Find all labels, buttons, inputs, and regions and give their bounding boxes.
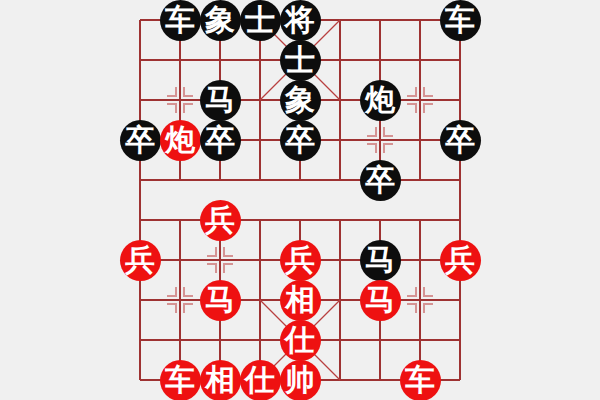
- piece-red-chariot[interactable]: 车: [400, 360, 441, 400]
- point-marker: [184, 104, 193, 113]
- piece-black-elephant[interactable]: 象: [280, 80, 321, 121]
- point-marker: [424, 104, 433, 113]
- point-marker: [167, 104, 176, 113]
- point-marker: [167, 304, 176, 313]
- point-marker: [184, 287, 193, 296]
- point-marker: [184, 304, 193, 313]
- point-marker: [207, 247, 216, 256]
- point-marker: [407, 87, 416, 96]
- piece-black-horse[interactable]: 马: [360, 240, 401, 281]
- piece-red-soldier[interactable]: 兵: [280, 240, 321, 281]
- piece-red-elephant[interactable]: 相: [280, 280, 321, 321]
- piece-black-soldier[interactable]: 卒: [280, 120, 321, 161]
- piece-red-horse[interactable]: 马: [200, 280, 241, 321]
- point-marker: [224, 264, 233, 273]
- point-marker: [167, 287, 176, 296]
- piece-black-general[interactable]: 将: [280, 0, 321, 41]
- piece-black-elephant[interactable]: 象: [200, 0, 241, 41]
- piece-red-advisor[interactable]: 仕: [280, 320, 321, 361]
- piece-red-soldier[interactable]: 兵: [200, 200, 241, 241]
- piece-black-advisor[interactable]: 士: [280, 40, 321, 81]
- piece-red-elephant[interactable]: 相: [200, 360, 241, 400]
- point-marker: [407, 304, 416, 313]
- point-marker: [424, 87, 433, 96]
- point-marker: [407, 287, 416, 296]
- piece-black-soldier[interactable]: 卒: [200, 120, 241, 161]
- point-marker: [367, 127, 376, 136]
- point-marker: [384, 144, 393, 153]
- piece-red-general[interactable]: 帅: [280, 360, 321, 400]
- piece-black-cannon[interactable]: 炮: [360, 80, 401, 121]
- piece-red-cannon[interactable]: 炮: [160, 120, 201, 161]
- xiangqi-board[interactable]: 车象士将车士马象炮卒炮卒卒卒卒兵兵兵马兵马相马仕车相仕帅车: [0, 0, 600, 400]
- point-marker: [224, 247, 233, 256]
- piece-black-chariot[interactable]: 车: [160, 0, 201, 41]
- point-marker: [207, 264, 216, 273]
- piece-black-advisor[interactable]: 士: [240, 0, 281, 41]
- point-marker: [384, 127, 393, 136]
- point-marker: [407, 104, 416, 113]
- piece-black-soldier[interactable]: 卒: [120, 120, 161, 161]
- point-marker: [424, 287, 433, 296]
- piece-black-soldier[interactable]: 卒: [360, 160, 401, 201]
- point-marker: [167, 87, 176, 96]
- piece-red-advisor[interactable]: 仕: [240, 360, 281, 400]
- point-marker: [367, 144, 376, 153]
- piece-black-chariot[interactable]: 车: [440, 0, 481, 41]
- point-marker: [424, 304, 433, 313]
- point-marker: [184, 87, 193, 96]
- piece-red-soldier[interactable]: 兵: [120, 240, 161, 281]
- piece-red-soldier[interactable]: 兵: [440, 240, 481, 281]
- piece-red-horse[interactable]: 马: [360, 280, 401, 321]
- piece-black-horse[interactable]: 马: [200, 80, 241, 121]
- piece-red-chariot[interactable]: 车: [160, 360, 201, 400]
- piece-black-soldier[interactable]: 卒: [440, 120, 481, 161]
